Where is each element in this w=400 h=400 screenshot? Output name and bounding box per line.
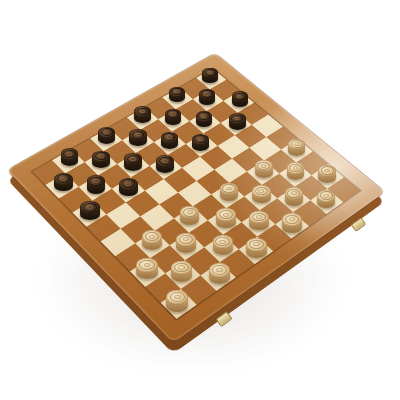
dark-piece[interactable] xyxy=(61,148,79,166)
dark-piece[interactable] xyxy=(98,127,115,144)
dark-piece[interactable] xyxy=(169,87,185,103)
light-piece[interactable] xyxy=(220,183,239,202)
light-piece[interactable] xyxy=(176,233,196,253)
dark-piece-top xyxy=(61,148,79,159)
dark-piece[interactable] xyxy=(134,106,151,123)
page-background xyxy=(0,0,400,400)
light-piece[interactable] xyxy=(285,187,304,206)
light-piece[interactable] xyxy=(209,263,230,284)
dark-piece-top xyxy=(161,132,178,143)
light-piece-top xyxy=(246,238,266,251)
light-piece-top xyxy=(209,263,230,276)
dark-piece[interactable] xyxy=(156,155,174,173)
dark-piece[interactable] xyxy=(229,113,245,129)
dark-piece[interactable] xyxy=(54,173,73,192)
light-piece-top xyxy=(317,190,336,202)
dark-piece-top xyxy=(199,89,215,99)
dark-piece[interactable] xyxy=(161,132,178,149)
light-piece[interactable] xyxy=(171,261,192,282)
light-piece[interactable] xyxy=(246,238,266,258)
dark-piece[interactable] xyxy=(80,201,99,220)
light-piece[interactable] xyxy=(317,190,336,209)
dark-piece-top xyxy=(192,134,209,145)
light-piece[interactable] xyxy=(142,230,162,250)
light-piece-top xyxy=(176,233,196,246)
dark-piece[interactable] xyxy=(87,175,106,194)
light-piece-top xyxy=(282,213,301,225)
dark-piece[interactable] xyxy=(129,129,146,146)
light-piece-top xyxy=(213,235,233,248)
dark-piece-top xyxy=(119,178,138,190)
dark-piece-top xyxy=(169,87,185,97)
dark-piece[interactable] xyxy=(232,91,248,107)
light-piece[interactable] xyxy=(287,162,305,180)
dark-piece-top xyxy=(129,129,146,140)
dark-piece[interactable] xyxy=(199,89,215,105)
light-piece-top xyxy=(287,162,305,173)
dark-piece[interactable] xyxy=(165,109,182,126)
light-piece[interactable] xyxy=(166,290,188,312)
light-piece-top xyxy=(216,208,235,220)
light-piece[interactable] xyxy=(282,213,301,232)
dark-piece[interactable] xyxy=(124,153,142,171)
dark-piece-top xyxy=(196,111,213,122)
light-piece[interactable] xyxy=(213,235,233,255)
dark-piece-top xyxy=(202,68,217,78)
light-piece[interactable] xyxy=(252,185,271,204)
dark-piece-top xyxy=(156,155,174,166)
dark-piece-top xyxy=(54,173,73,185)
light-piece-top xyxy=(249,211,268,223)
light-piece-top xyxy=(252,185,271,197)
dark-piece[interactable] xyxy=(202,68,217,83)
light-piece[interactable] xyxy=(249,211,268,230)
dark-piece-top xyxy=(229,113,245,124)
dark-piece-top xyxy=(98,127,115,138)
dark-piece[interactable] xyxy=(92,151,110,169)
dark-piece[interactable] xyxy=(119,178,138,197)
light-piece[interactable] xyxy=(136,258,157,279)
light-piece[interactable] xyxy=(288,139,305,156)
dark-piece[interactable] xyxy=(196,111,213,128)
light-piece[interactable] xyxy=(255,160,273,178)
light-piece[interactable] xyxy=(216,208,235,227)
dark-piece-top xyxy=(134,106,151,117)
dark-piece[interactable] xyxy=(192,134,209,151)
light-piece[interactable] xyxy=(180,206,199,225)
light-piece[interactable] xyxy=(318,165,336,183)
dark-piece-top xyxy=(80,201,99,213)
light-piece-top xyxy=(136,258,157,272)
